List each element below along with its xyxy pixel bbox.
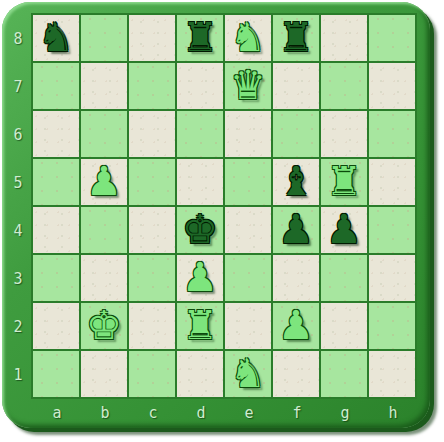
piece-white-pawn[interactable]: ♟ bbox=[86, 159, 122, 203]
square-b1[interactable] bbox=[81, 351, 127, 397]
square-g2[interactable] bbox=[321, 303, 367, 349]
piece-black-bishop[interactable]: ♝ bbox=[278, 159, 314, 203]
square-h4[interactable] bbox=[369, 207, 415, 253]
square-d2[interactable]: ♜ bbox=[177, 303, 223, 349]
square-g6[interactable] bbox=[321, 111, 367, 157]
square-f6[interactable] bbox=[273, 111, 319, 157]
rank-label-5: 5 bbox=[9, 159, 27, 207]
file-label-a: a bbox=[33, 401, 81, 425]
square-f5[interactable]: ♝ bbox=[273, 159, 319, 205]
rank-label-4: 4 bbox=[9, 207, 27, 255]
square-c2[interactable] bbox=[129, 303, 175, 349]
square-f8[interactable]: ♜ bbox=[273, 15, 319, 61]
file-label-h: h bbox=[369, 401, 417, 425]
square-e4[interactable] bbox=[225, 207, 271, 253]
square-a5[interactable] bbox=[33, 159, 79, 205]
piece-black-pawn[interactable]: ♟ bbox=[278, 207, 314, 251]
square-d6[interactable] bbox=[177, 111, 223, 157]
square-d8[interactable]: ♜ bbox=[177, 15, 223, 61]
square-h1[interactable] bbox=[369, 351, 415, 397]
file-label-d: d bbox=[177, 401, 225, 425]
square-c6[interactable] bbox=[129, 111, 175, 157]
chess-board-window: 87654321 ♞♜♞♜♛♟♝♜♚♟♟♟♚♜♟♞ abcdefgh bbox=[0, 0, 444, 442]
square-h6[interactable] bbox=[369, 111, 415, 157]
rank-label-7: 7 bbox=[9, 63, 27, 111]
square-a7[interactable] bbox=[33, 63, 79, 109]
file-label-f: f bbox=[273, 401, 321, 425]
square-g3[interactable] bbox=[321, 255, 367, 301]
rank-label-3: 3 bbox=[9, 255, 27, 303]
square-h3[interactable] bbox=[369, 255, 415, 301]
square-h5[interactable] bbox=[369, 159, 415, 205]
piece-white-rook[interactable]: ♜ bbox=[182, 303, 218, 347]
rank-label-8: 8 bbox=[9, 15, 27, 63]
square-c1[interactable] bbox=[129, 351, 175, 397]
square-c7[interactable] bbox=[129, 63, 175, 109]
square-f1[interactable] bbox=[273, 351, 319, 397]
square-c5[interactable] bbox=[129, 159, 175, 205]
square-g7[interactable] bbox=[321, 63, 367, 109]
file-label-e: e bbox=[225, 401, 273, 425]
square-f4[interactable]: ♟ bbox=[273, 207, 319, 253]
square-d4[interactable]: ♚ bbox=[177, 207, 223, 253]
file-label-b: b bbox=[81, 401, 129, 425]
piece-black-king[interactable]: ♚ bbox=[182, 207, 218, 251]
square-a3[interactable] bbox=[33, 255, 79, 301]
square-f2[interactable]: ♟ bbox=[273, 303, 319, 349]
square-g8[interactable] bbox=[321, 15, 367, 61]
piece-white-pawn[interactable]: ♟ bbox=[182, 255, 218, 299]
piece-white-rook[interactable]: ♜ bbox=[326, 159, 362, 203]
piece-black-pawn[interactable]: ♟ bbox=[326, 207, 362, 251]
square-c3[interactable] bbox=[129, 255, 175, 301]
square-d5[interactable] bbox=[177, 159, 223, 205]
chess-board: ♞♜♞♜♛♟♝♜♚♟♟♟♚♜♟♞ bbox=[31, 13, 417, 399]
piece-white-knight[interactable]: ♞ bbox=[230, 15, 266, 59]
square-b7[interactable] bbox=[81, 63, 127, 109]
square-d3[interactable]: ♟ bbox=[177, 255, 223, 301]
file-label-c: c bbox=[129, 401, 177, 425]
square-b6[interactable] bbox=[81, 111, 127, 157]
piece-black-rook[interactable]: ♜ bbox=[182, 15, 218, 59]
file-labels: abcdefgh bbox=[33, 401, 417, 425]
piece-black-knight[interactable]: ♞ bbox=[38, 15, 74, 59]
square-h8[interactable] bbox=[369, 15, 415, 61]
square-e7[interactable]: ♛ bbox=[225, 63, 271, 109]
square-e1[interactable]: ♞ bbox=[225, 351, 271, 397]
square-h7[interactable] bbox=[369, 63, 415, 109]
piece-black-rook[interactable]: ♜ bbox=[278, 15, 314, 59]
square-e6[interactable] bbox=[225, 111, 271, 157]
square-d7[interactable] bbox=[177, 63, 223, 109]
square-a1[interactable] bbox=[33, 351, 79, 397]
piece-white-queen[interactable]: ♛ bbox=[230, 63, 266, 107]
square-f7[interactable] bbox=[273, 63, 319, 109]
square-a4[interactable] bbox=[33, 207, 79, 253]
rank-label-2: 2 bbox=[9, 303, 27, 351]
square-c8[interactable] bbox=[129, 15, 175, 61]
rank-label-6: 6 bbox=[9, 111, 27, 159]
file-label-g: g bbox=[321, 401, 369, 425]
rank-label-1: 1 bbox=[9, 351, 27, 399]
square-h2[interactable] bbox=[369, 303, 415, 349]
square-e3[interactable] bbox=[225, 255, 271, 301]
square-e5[interactable] bbox=[225, 159, 271, 205]
square-g1[interactable] bbox=[321, 351, 367, 397]
square-f3[interactable] bbox=[273, 255, 319, 301]
piece-white-pawn[interactable]: ♟ bbox=[278, 303, 314, 347]
square-d1[interactable] bbox=[177, 351, 223, 397]
square-a6[interactable] bbox=[33, 111, 79, 157]
piece-white-knight[interactable]: ♞ bbox=[230, 351, 266, 395]
square-b8[interactable] bbox=[81, 15, 127, 61]
square-a8[interactable]: ♞ bbox=[33, 15, 79, 61]
square-b4[interactable] bbox=[81, 207, 127, 253]
rank-labels: 87654321 bbox=[9, 15, 27, 399]
square-g4[interactable]: ♟ bbox=[321, 207, 367, 253]
square-b5[interactable]: ♟ bbox=[81, 159, 127, 205]
square-b2[interactable]: ♚ bbox=[81, 303, 127, 349]
piece-white-king[interactable]: ♚ bbox=[86, 303, 122, 347]
square-g5[interactable]: ♜ bbox=[321, 159, 367, 205]
square-e2[interactable] bbox=[225, 303, 271, 349]
square-b3[interactable] bbox=[81, 255, 127, 301]
square-a2[interactable] bbox=[33, 303, 79, 349]
square-c4[interactable] bbox=[129, 207, 175, 253]
square-e8[interactable]: ♞ bbox=[225, 15, 271, 61]
